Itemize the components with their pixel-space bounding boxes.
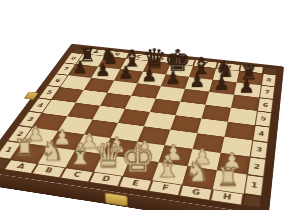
piece-white-rook-h1: ♜: [216, 164, 240, 190]
rank-label-1-right: 1: [244, 175, 265, 197]
square-g7: ♟: [209, 80, 236, 95]
square-c5: [100, 93, 131, 109]
piece-white-king-e1: ♚: [121, 139, 155, 177]
piece-black-pawn-a7: ♟: [72, 59, 88, 76]
file-label-h-near: H: [210, 189, 244, 205]
piece-white-rook-a1: ♜: [14, 136, 36, 161]
piece-white-knight-g1: ♞: [185, 158, 210, 186]
piece-black-pawn-g7: ♟: [214, 75, 230, 93]
square-h1: ♜: [213, 170, 247, 193]
square-h7: ♟: [234, 82, 261, 97]
square-c4: [92, 106, 124, 123]
piece-white-knight-b1: ♞: [40, 138, 64, 165]
square-f6: [180, 89, 209, 105]
product-photo-scene: ABCDEFGH8♜♞♝♛♚♝♞♜87♟♟♟♟♟♟♟♟7665544332♟♟♟…: [0, 0, 300, 210]
brass-clasp: [105, 192, 128, 206]
piece-white-bishop-f1: ♝: [154, 151, 181, 182]
chess-board: ABCDEFGH8♜♞♝♛♚♝♞♜87♟♟♟♟♟♟♟♟7665544332♟♟♟…: [0, 44, 284, 210]
piece-white-queen-d1: ♛: [93, 139, 124, 174]
piece-black-pawn-e7: ♟: [165, 69, 181, 87]
piece-black-pawn-b7: ♟: [95, 61, 111, 78]
border-corner: [242, 194, 262, 209]
piece-white-bishop-c1: ♝: [67, 139, 94, 169]
piece-black-pawn-f7: ♟: [189, 72, 205, 90]
square-g1: ♞: [182, 166, 217, 189]
piece-black-pawn-c7: ♟: [118, 64, 134, 82]
piece-black-pawn-d7: ♟: [141, 67, 157, 85]
piece-black-pawn-h7: ♟: [238, 77, 254, 95]
square-f7: ♟: [185, 77, 213, 92]
square-b4: [67, 103, 100, 120]
square-h6: [231, 95, 259, 111]
square-g5: [201, 105, 231, 122]
